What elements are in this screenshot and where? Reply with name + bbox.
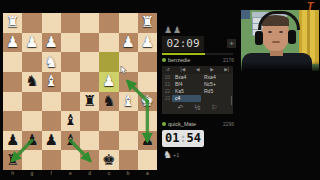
eye xyxy=(268,31,272,33)
square[interactable] xyxy=(99,33,118,53)
white-piece[interactable]: ♟ xyxy=(44,35,57,50)
captured-pieces-top: ♟♟ xyxy=(164,25,181,35)
square[interactable] xyxy=(80,33,99,53)
material-advantage-bottom: ♞ +1 xyxy=(163,149,179,160)
move-san[interactable]: Rxa4 xyxy=(201,74,229,81)
time-bar xyxy=(162,53,233,55)
square[interactable]: ♟ xyxy=(22,33,41,53)
square[interactable] xyxy=(119,72,138,92)
square[interactable]: ♟ xyxy=(119,33,138,53)
black-piece[interactable]: ♝ xyxy=(64,133,77,148)
black-piece[interactable]: ♟ xyxy=(44,133,57,148)
square[interactable] xyxy=(119,150,138,170)
captured-pawn-icon: ♟ xyxy=(164,25,172,35)
scrollbar-thumb[interactable] xyxy=(231,96,232,105)
white-piece[interactable]: ♝ xyxy=(121,94,134,109)
square[interactable] xyxy=(119,131,138,151)
move-number: 22 xyxy=(162,88,172,95)
player-top-name[interactable]: benzedie xyxy=(168,57,221,63)
file-label: b xyxy=(119,169,138,178)
channel-logo: T xyxy=(303,0,317,12)
move-number: 20 xyxy=(162,74,172,81)
player-top-rating: 2176 xyxy=(223,57,234,63)
takeback-button[interactable]: ↶ xyxy=(178,102,184,114)
square[interactable] xyxy=(61,150,80,170)
square[interactable] xyxy=(22,13,41,33)
square[interactable]: ♟ xyxy=(3,131,22,151)
move-san[interactable]: Bxa4 xyxy=(172,74,201,81)
square[interactable]: ♝ xyxy=(61,111,80,131)
square[interactable] xyxy=(80,13,99,33)
square[interactable] xyxy=(80,52,99,72)
captured-knight-icon: ♞ xyxy=(163,149,172,160)
square[interactable]: ♚ xyxy=(99,150,118,170)
move-san[interactable]: Ka5 xyxy=(172,88,201,95)
chess-board[interactable]: ♜♜♟♟♟♟♟♞♞♝♟♜♞♝♚♝♟♟♟♝♟♜♚ xyxy=(3,13,157,170)
webcam-feed xyxy=(241,10,319,71)
window-corner xyxy=(241,10,250,19)
draw-offer-button[interactable]: ½ xyxy=(194,102,200,114)
square[interactable] xyxy=(138,150,157,170)
square[interactable]: ♜ xyxy=(3,150,22,170)
square[interactable] xyxy=(99,13,118,33)
square[interactable]: ♟ xyxy=(22,131,41,151)
move-san[interactable]: Nc5+ xyxy=(201,81,229,88)
move-number: 21 xyxy=(162,81,172,88)
nav-button-0[interactable]: ↺ xyxy=(166,66,170,74)
square[interactable]: ♞ xyxy=(22,72,41,92)
square[interactable]: ♟ xyxy=(42,33,61,53)
square[interactable] xyxy=(42,150,61,170)
move-san[interactable]: Rd5 xyxy=(201,88,229,95)
square[interactable] xyxy=(119,52,138,72)
white-piece[interactable]: ♜ xyxy=(141,15,154,30)
square[interactable]: ♟ xyxy=(99,72,118,92)
square[interactable]: ♝ xyxy=(119,92,138,112)
give-more-time-button[interactable]: + xyxy=(227,39,236,48)
stream-frame: ♜♜♟♟♟♟♟♞♞♝♟♜♞♝♚♝♟♟♟♝♟♜♚ hgfedcba ♟♟ 02:0… xyxy=(0,0,320,180)
square[interactable] xyxy=(61,33,80,53)
square[interactable] xyxy=(61,13,80,33)
square[interactable]: ♟ xyxy=(3,33,22,53)
square[interactable] xyxy=(80,131,99,151)
square[interactable]: ♞ xyxy=(99,92,118,112)
headphone-cup-left xyxy=(255,31,263,45)
square[interactable] xyxy=(61,92,80,112)
square[interactable] xyxy=(138,111,157,131)
square[interactable] xyxy=(119,13,138,33)
square[interactable] xyxy=(80,150,99,170)
clock-bottom-active: 01:54 xyxy=(162,130,204,147)
square[interactable] xyxy=(61,52,80,72)
square[interactable]: ♝ xyxy=(61,131,80,151)
square[interactable] xyxy=(61,72,80,92)
file-label: c xyxy=(99,169,118,178)
square[interactable] xyxy=(22,52,41,72)
square[interactable]: ♜ xyxy=(138,13,157,33)
file-label: f xyxy=(42,169,61,178)
square[interactable] xyxy=(22,150,41,170)
resign-button[interactable]: ⚐ xyxy=(211,102,217,114)
move-list-box: ↺|◀◀▶▶| 20Bxa4Rxa421Bf4Nc5+22Ka5Rd523c4 … xyxy=(162,66,233,114)
player-bottom-row: quick_Mate 2296 xyxy=(162,120,234,128)
game-action-buttons: ↶½⚐ xyxy=(162,102,233,114)
file-label: g xyxy=(22,169,41,178)
file-coordinates: hgfedcba xyxy=(3,169,157,178)
square[interactable] xyxy=(3,72,22,92)
black-piece[interactable]: ♞ xyxy=(102,94,115,109)
move-san[interactable] xyxy=(201,95,229,102)
white-piece[interactable]: ♟ xyxy=(102,74,115,89)
square[interactable] xyxy=(80,72,99,92)
square[interactable] xyxy=(99,131,118,151)
square[interactable] xyxy=(42,92,61,112)
nav-button-4[interactable]: ▶| xyxy=(224,66,229,74)
nav-button-1[interactable]: |◀ xyxy=(181,66,186,74)
move-list[interactable]: 20Bxa4Rxa421Bf4Nc5+22Ka5Rd523c4 xyxy=(162,74,233,102)
nav-button-3[interactable]: ▶ xyxy=(210,66,213,74)
black-piece[interactable]: ♜ xyxy=(83,94,96,109)
move-navigation: ↺|◀◀▶▶| xyxy=(162,66,233,74)
square[interactable] xyxy=(138,52,157,72)
white-piece[interactable]: ♚ xyxy=(141,94,154,109)
captured-pawn-icon: ♟ xyxy=(173,25,181,35)
player-bottom-name[interactable]: quick_Mate xyxy=(168,121,221,127)
black-piece[interactable]: ♜ xyxy=(6,153,19,168)
square[interactable] xyxy=(80,111,99,131)
headphones-band xyxy=(258,11,300,30)
white-piece[interactable]: ♟ xyxy=(141,35,154,50)
move-san[interactable]: c4 xyxy=(172,95,201,102)
white-piece[interactable]: ♟ xyxy=(6,35,19,50)
square[interactable] xyxy=(138,72,157,92)
square[interactable] xyxy=(3,52,22,72)
square[interactable]: ♟ xyxy=(138,131,157,151)
clock-top: 02:09 xyxy=(162,36,204,52)
square[interactable] xyxy=(119,111,138,131)
black-piece[interactable]: ♝ xyxy=(64,113,77,128)
square[interactable] xyxy=(99,111,118,131)
white-piece[interactable]: ♞ xyxy=(44,55,57,70)
file-label: e xyxy=(61,169,80,178)
file-label: a xyxy=(138,169,157,178)
mouth xyxy=(272,41,280,43)
black-piece[interactable]: ♟ xyxy=(6,133,19,148)
nav-button-2[interactable]: ◀ xyxy=(196,66,199,74)
headphone-cup-right xyxy=(288,30,296,44)
square[interactable] xyxy=(22,92,41,112)
square[interactable]: ♜ xyxy=(3,13,22,33)
square[interactable]: ♚ xyxy=(138,92,157,112)
black-piece[interactable]: ♚ xyxy=(102,153,115,168)
white-piece[interactable]: ♝ xyxy=(44,74,57,89)
eye xyxy=(279,31,283,33)
material-score: +1 xyxy=(173,152,179,158)
square[interactable] xyxy=(42,13,61,33)
webcam-fade xyxy=(241,61,319,71)
black-piece[interactable]: ♟ xyxy=(141,133,154,148)
square[interactable] xyxy=(3,111,22,131)
square[interactable]: ♝ xyxy=(42,72,61,92)
square[interactable]: ♞ xyxy=(42,52,61,72)
move-number: 23 xyxy=(162,95,172,102)
square[interactable] xyxy=(3,92,22,112)
player-bottom-rating: 2296 xyxy=(223,121,234,127)
file-label: d xyxy=(80,169,99,178)
file-label: h xyxy=(3,169,22,178)
move-san[interactable]: Bf4 xyxy=(172,81,201,88)
black-piece[interactable]: ♞ xyxy=(25,74,38,89)
square[interactable] xyxy=(42,111,61,131)
square[interactable] xyxy=(99,52,118,72)
online-indicator xyxy=(162,122,166,126)
square[interactable]: ♜ xyxy=(80,92,99,112)
white-piece[interactable]: ♟ xyxy=(121,35,134,50)
player-top-row: benzedie 2176 xyxy=(162,56,234,64)
black-piece[interactable]: ♟ xyxy=(25,133,38,148)
online-indicator xyxy=(162,58,166,62)
square[interactable]: ♟ xyxy=(138,33,157,53)
square[interactable] xyxy=(22,111,41,131)
white-piece[interactable]: ♜ xyxy=(6,15,19,30)
white-piece[interactable]: ♟ xyxy=(25,35,38,50)
square[interactable]: ♟ xyxy=(42,131,61,151)
